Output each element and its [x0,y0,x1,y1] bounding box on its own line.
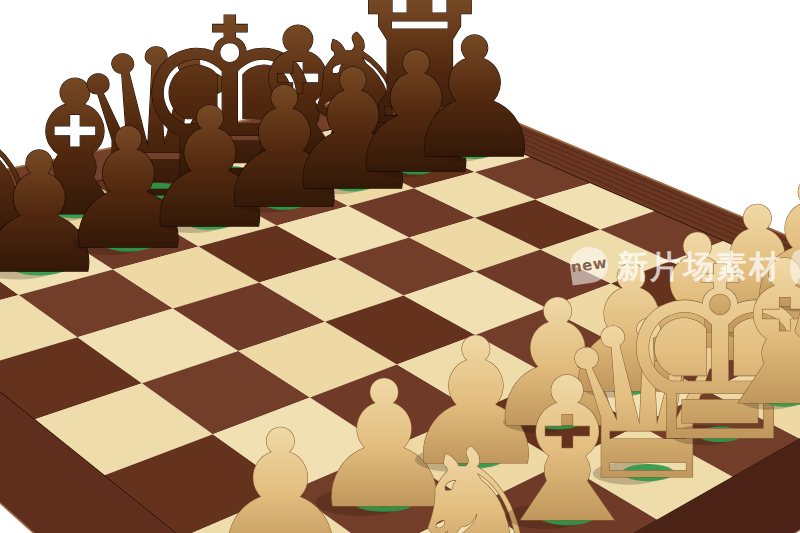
chess-board: ♜♞♝♛♚♝♞♜♟♟♟♟♟♟♟♟♟♟♟♟♟♟♟♟♞♝♛♚♝♞♜ [0,0,800,533]
chess-stock-photo: ♜♞♝♛♚♝♞♜♟♟♟♟♟♟♟♟♟♟♟♟♟♟♟♟♞♝♛♚♝♞♜ new 新片场素… [0,0,800,533]
piece-black-pawn-h7: ♟ [400,2,549,195]
piece-white-knight-g1: ♞ [768,216,800,412]
